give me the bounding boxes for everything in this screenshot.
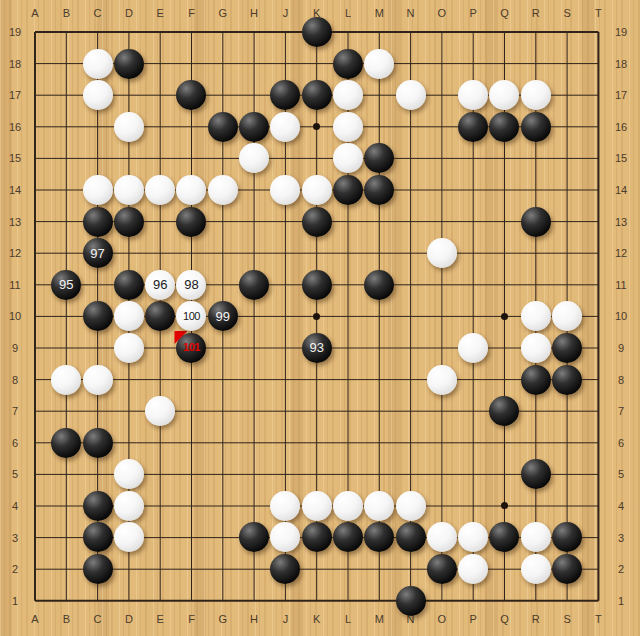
stone-white-D10 (114, 301, 144, 331)
stone-white-E11: 96 (145, 270, 175, 300)
stone-white-D14 (114, 175, 144, 205)
stone-white-H15 (239, 143, 269, 173)
star-point-Q4 (501, 502, 508, 509)
stone-white-L16 (333, 112, 363, 142)
stone-white-M4 (364, 491, 394, 521)
move-number-100: 100 (183, 311, 200, 322)
stone-black-M14 (364, 175, 394, 205)
stone-white-C14 (83, 175, 113, 205)
stone-black-C2 (83, 554, 113, 584)
stone-black-Q16 (489, 112, 519, 142)
stone-black-K19 (302, 17, 332, 47)
stone-black-G10: 99 (208, 301, 238, 331)
stone-black-N3 (396, 522, 426, 552)
stone-white-O8 (427, 365, 457, 395)
stone-white-G14 (208, 175, 238, 205)
move-number-93: 93 (309, 341, 323, 354)
stone-black-F13 (176, 207, 206, 237)
stone-black-C13 (83, 207, 113, 237)
stone-black-L3 (333, 522, 363, 552)
stone-white-F11: 98 (176, 270, 206, 300)
stone-black-J17 (270, 80, 300, 110)
stone-black-R5 (521, 459, 551, 489)
stone-white-F10: 100 (176, 301, 206, 331)
stone-white-L17 (333, 80, 363, 110)
stone-black-K11 (302, 270, 332, 300)
stone-black-K9: 93 (302, 333, 332, 363)
stone-white-O12 (427, 238, 457, 268)
stone-white-R10 (521, 301, 551, 331)
stone-white-R2 (521, 554, 551, 584)
stone-white-M18 (364, 49, 394, 79)
stone-black-K17 (302, 80, 332, 110)
stone-black-D18 (114, 49, 144, 79)
stone-white-D9 (114, 333, 144, 363)
star-point-K10 (313, 313, 320, 320)
stone-white-N17 (396, 80, 426, 110)
stone-white-D3 (114, 522, 144, 552)
stone-black-S8 (552, 365, 582, 395)
stone-white-K14 (302, 175, 332, 205)
stone-white-E14 (145, 175, 175, 205)
stone-black-N1 (396, 586, 426, 616)
stone-black-K3 (302, 522, 332, 552)
stone-black-R13 (521, 207, 551, 237)
stone-black-L18 (333, 49, 363, 79)
stone-white-R3 (521, 522, 551, 552)
stone-white-J4 (270, 491, 300, 521)
stone-black-L14 (333, 175, 363, 205)
stone-black-D13 (114, 207, 144, 237)
stone-black-H16 (239, 112, 269, 142)
move-number-99: 99 (216, 310, 230, 323)
stone-black-S9 (552, 333, 582, 363)
stone-black-C4 (83, 491, 113, 521)
move-number-98: 98 (184, 278, 198, 291)
stone-black-D11 (114, 270, 144, 300)
stone-white-D4 (114, 491, 144, 521)
move-number-97: 97 (90, 247, 104, 260)
stone-black-C10 (83, 301, 113, 331)
stone-white-D5 (114, 459, 144, 489)
stone-black-O2 (427, 554, 457, 584)
stone-white-J14 (270, 175, 300, 205)
stone-black-M3 (364, 522, 394, 552)
stone-white-P17 (458, 80, 488, 110)
stone-black-P16 (458, 112, 488, 142)
stone-black-C3 (83, 522, 113, 552)
stone-white-C17 (83, 80, 113, 110)
star-point-K16 (313, 123, 320, 130)
stone-white-R17 (521, 80, 551, 110)
stone-black-C12: 97 (83, 238, 113, 268)
star-point-Q10 (501, 313, 508, 320)
move-number-101: 101 (183, 342, 200, 353)
stone-white-O3 (427, 522, 457, 552)
stone-white-S10 (552, 301, 582, 331)
stone-black-B11: 95 (51, 270, 81, 300)
stone-white-P2 (458, 554, 488, 584)
stone-black-K13 (302, 207, 332, 237)
stone-black-M15 (364, 143, 394, 173)
stone-black-F17 (176, 80, 206, 110)
stone-white-C18 (83, 49, 113, 79)
stone-white-R9 (521, 333, 551, 363)
stone-white-L4 (333, 491, 363, 521)
stone-white-D16 (114, 112, 144, 142)
stone-white-L15 (333, 143, 363, 173)
stone-black-C6 (83, 428, 113, 458)
stone-white-K4 (302, 491, 332, 521)
stone-black-J2 (270, 554, 300, 584)
stone-black-M11 (364, 270, 394, 300)
stone-white-N4 (396, 491, 426, 521)
go-board-screen: ABCDEFGHJKLMNOPQRST ABCDEFGHJKLMNOPQRST … (0, 0, 640, 636)
go-board[interactable]: 979599101939698100 (19, 16, 614, 616)
stone-white-F14 (176, 175, 206, 205)
stone-black-H11 (239, 270, 269, 300)
stone-black-G16 (208, 112, 238, 142)
stone-white-P3 (458, 522, 488, 552)
stone-white-B8 (51, 365, 81, 395)
stone-black-H3 (239, 522, 269, 552)
stone-white-C8 (83, 365, 113, 395)
stone-black-Q7 (489, 396, 519, 426)
move-number-96: 96 (153, 278, 167, 291)
stone-black-R16 (521, 112, 551, 142)
stone-white-J16 (270, 112, 300, 142)
stone-black-S2 (552, 554, 582, 584)
stone-black-F9: 101 (176, 333, 206, 363)
stone-white-P9 (458, 333, 488, 363)
stone-black-E10 (145, 301, 175, 331)
stone-black-Q3 (489, 522, 519, 552)
stone-white-Q17 (489, 80, 519, 110)
stone-black-S3 (552, 522, 582, 552)
move-number-95: 95 (59, 278, 73, 291)
stone-black-R8 (521, 365, 551, 395)
stone-white-E7 (145, 396, 175, 426)
stone-white-J3 (270, 522, 300, 552)
stone-black-B6 (51, 428, 81, 458)
